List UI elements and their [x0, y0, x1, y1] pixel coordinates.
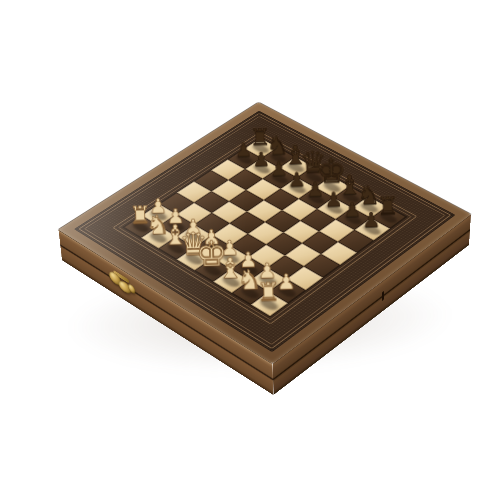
- piece-glyph: ♜: [248, 279, 289, 305]
- piece-glyph: ♟: [352, 209, 391, 230]
- product-photo: ♜♞♝♛♚♝♞♜♟♟♟♟♟♟♟♟♟♟♟♟♟♟♟♟♜♞♝♛♚♝♞♜: [0, 0, 500, 500]
- seam-notch: [382, 291, 384, 302]
